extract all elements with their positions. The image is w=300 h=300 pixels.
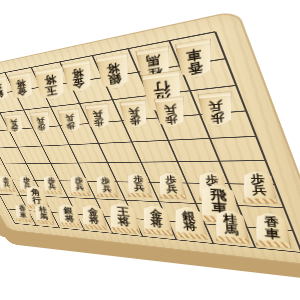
piece-bevel-edge	[244, 198, 277, 204]
piece-bevel-edge	[71, 192, 90, 196]
piece-bevel-edge	[44, 191, 62, 195]
piece-bevel-edge	[97, 193, 118, 197]
piece-bevel-edge	[128, 193, 151, 198]
piece-bevel-edge	[0, 189, 15, 192]
shogi-set-photo: 香車桂馬銀将金将玉将金将銀将桂馬香車飛車角行歩兵歩兵歩兵歩兵歩兵歩兵歩兵歩兵歩兵…	[0, 0, 300, 300]
piece-bevel-edge	[160, 194, 186, 199]
grid-line	[0, 160, 266, 165]
